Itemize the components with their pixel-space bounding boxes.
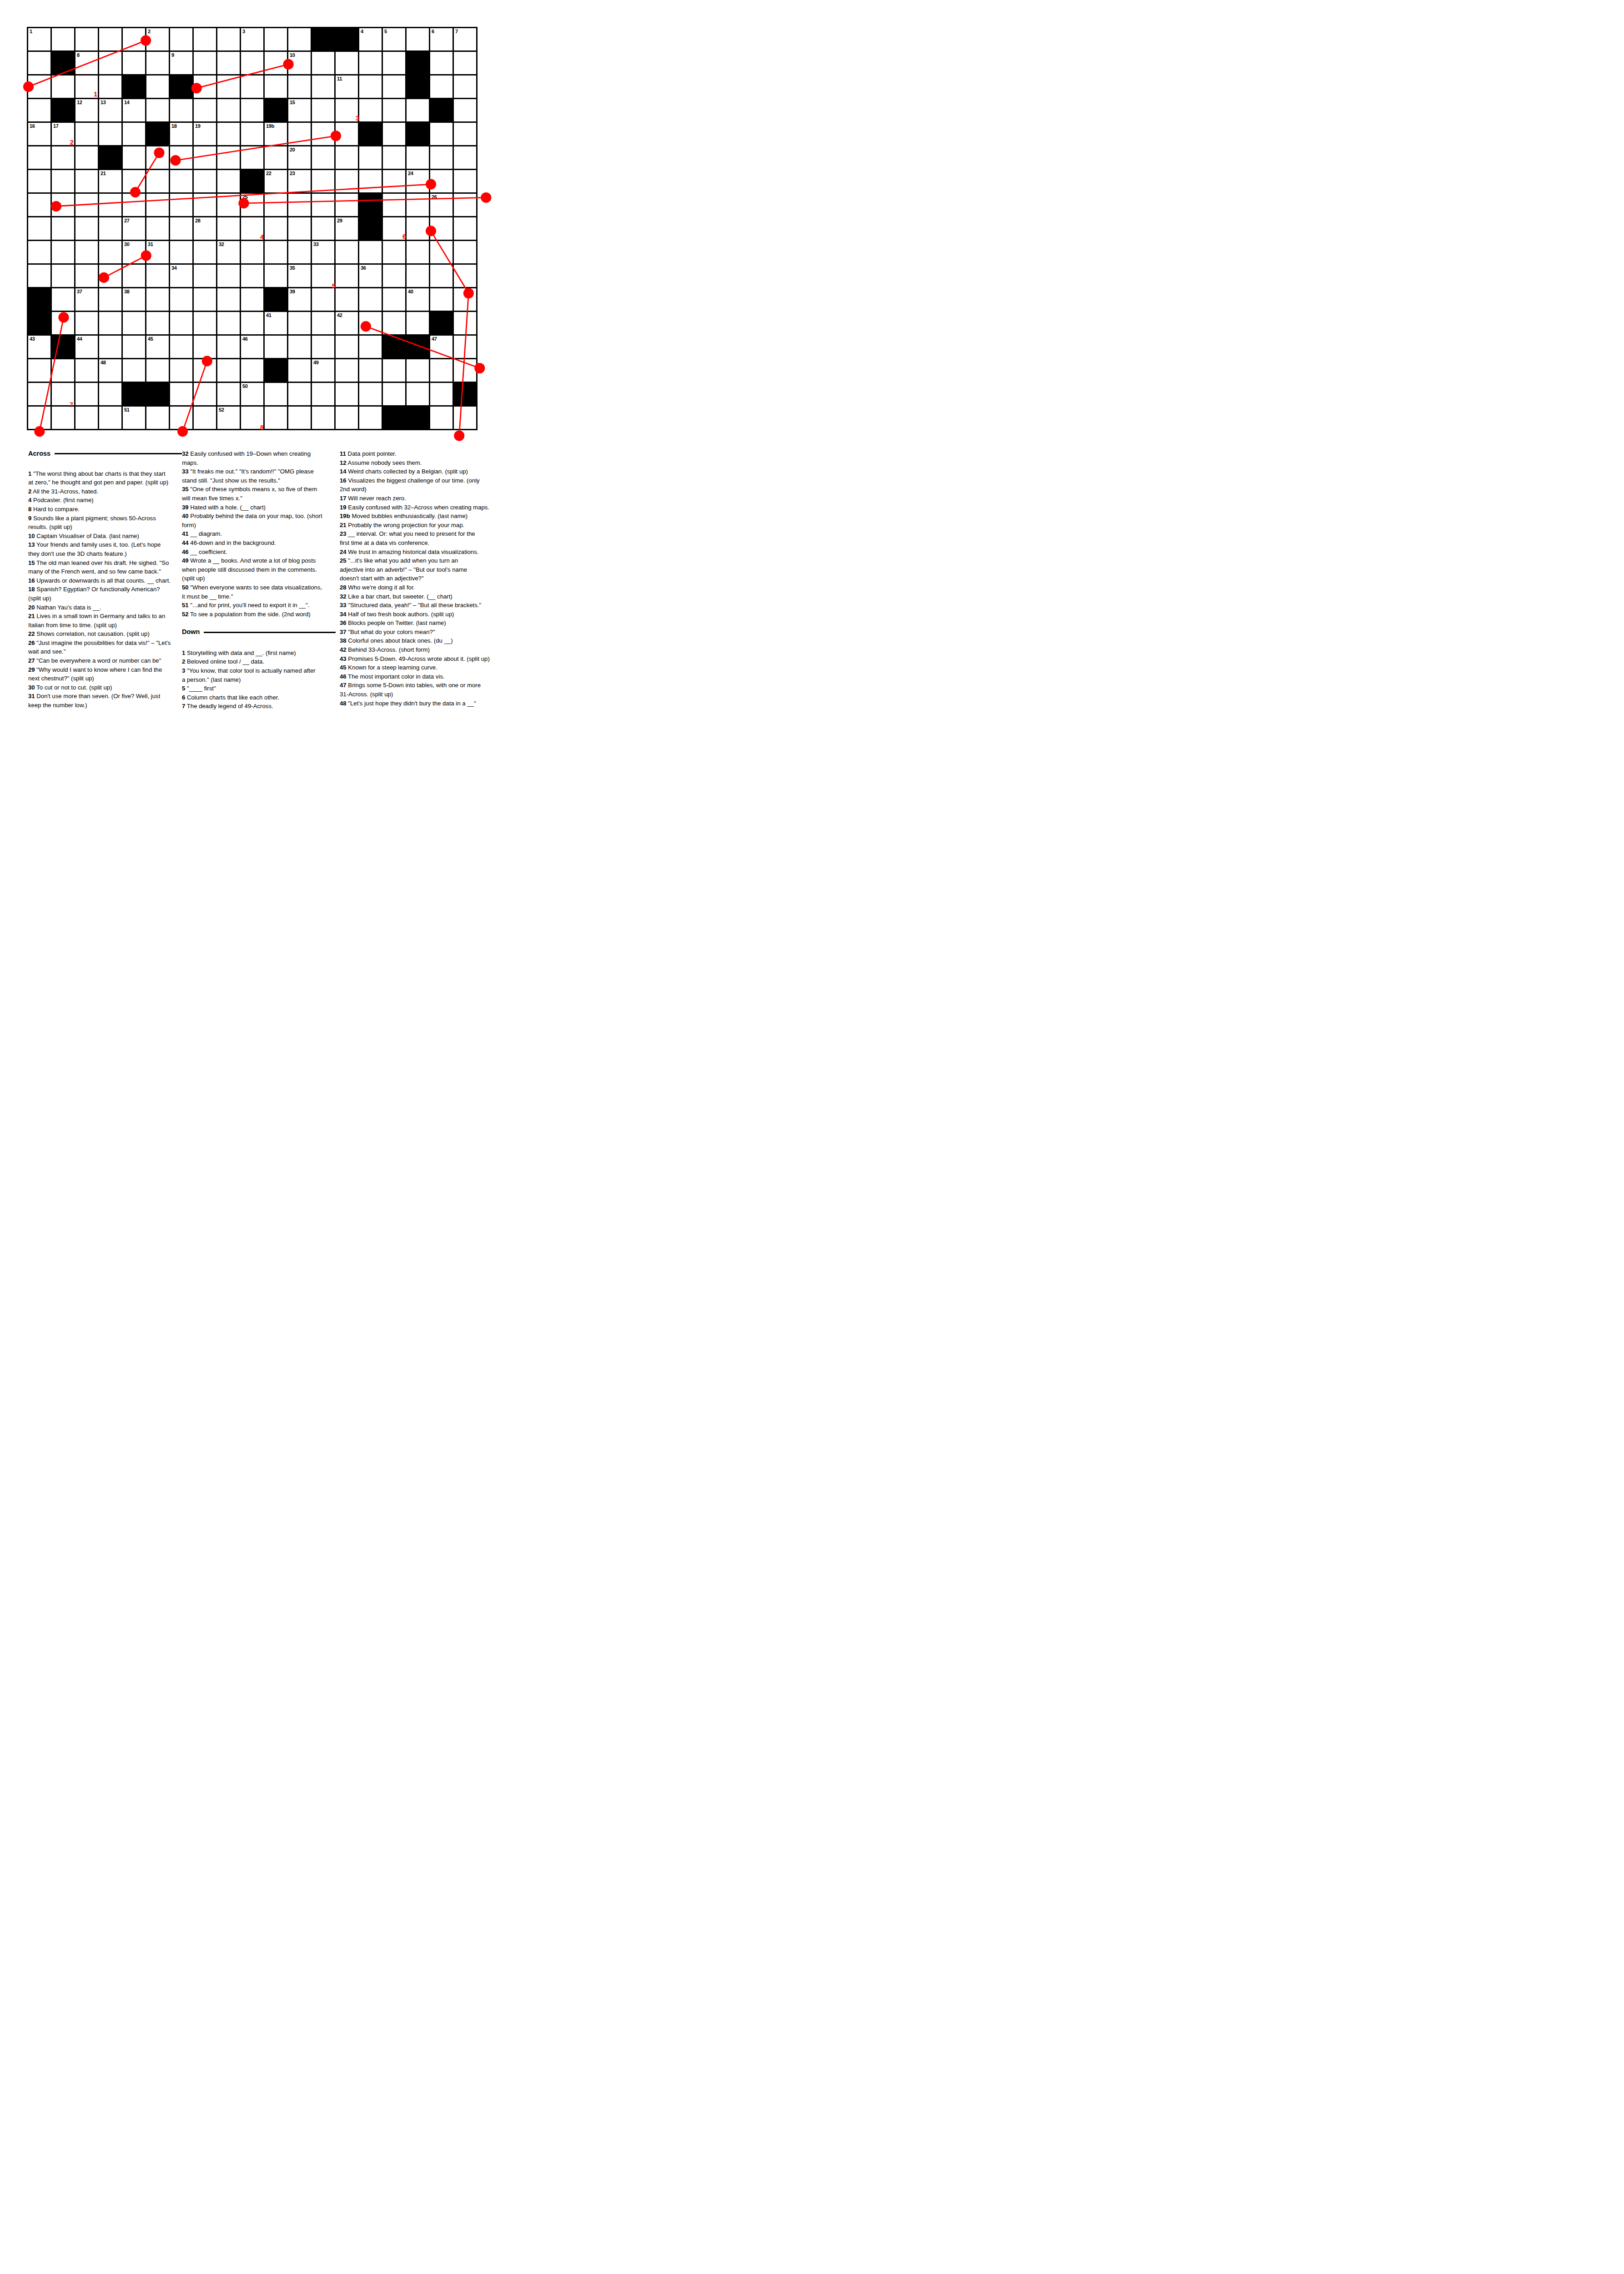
grid-cell[interactable]: 51 — [123, 407, 145, 429]
grid-cell[interactable] — [28, 194, 50, 216]
grid-cell[interactable] — [217, 359, 240, 382]
grid-cell[interactable]: 6 — [430, 28, 453, 50]
grid-cell[interactable] — [99, 407, 121, 429]
grid-cell[interactable]: 49 — [312, 359, 334, 382]
grid-cell[interactable] — [241, 265, 263, 287]
clue-item[interactable]: 25 "...it's like what you add when you t… — [340, 556, 498, 583]
clue-item[interactable]: 6 Column charts that like each other. — [182, 693, 336, 702]
grid-cell[interactable] — [430, 170, 453, 192]
clue-item[interactable]: 5 "____ first" — [182, 684, 336, 693]
clue-item[interactable]: 9 Sounds like a plant pigment; shows 50-… — [28, 514, 182, 532]
grid-cell[interactable] — [312, 336, 334, 358]
grid-cell[interactable] — [99, 217, 121, 240]
grid-cell[interactable] — [265, 383, 287, 405]
grid-cell[interactable] — [28, 265, 50, 287]
grid-cell[interactable] — [170, 312, 192, 334]
grid-cell[interactable] — [146, 52, 169, 74]
grid-cell[interactable] — [241, 241, 263, 263]
grid-cell[interactable] — [288, 75, 311, 98]
grid-cell[interactable]: 52 — [217, 407, 240, 429]
grid-cell[interactable] — [430, 265, 453, 287]
grid-cell[interactable] — [407, 146, 429, 169]
grid-cell[interactable] — [99, 336, 121, 358]
grid-cell[interactable] — [75, 123, 98, 145]
grid-cell[interactable] — [288, 28, 311, 50]
grid-cell[interactable] — [241, 407, 263, 429]
grid-cell[interactable] — [288, 383, 311, 405]
grid-cell[interactable] — [288, 194, 311, 216]
grid-cell[interactable] — [241, 312, 263, 334]
clue-item[interactable]: 2 All the 31-Across, hated. — [28, 487, 182, 496]
grid-cell[interactable]: 30 — [123, 241, 145, 263]
clue-item[interactable]: 46 __ coefficient. — [182, 548, 336, 557]
grid-cell[interactable] — [407, 241, 429, 263]
grid-cell[interactable]: 2 — [146, 28, 169, 50]
clue-item[interactable]: 8 Hard to compare. — [28, 505, 182, 514]
grid-cell[interactable] — [217, 194, 240, 216]
grid-cell[interactable] — [28, 407, 50, 429]
clue-item[interactable]: 14 Weird charts collected by a Belgian. … — [340, 467, 498, 476]
grid-cell[interactable] — [288, 336, 311, 358]
clue-item[interactable]: 39 Hated with a hole. (__ chart) — [182, 503, 336, 512]
grid-cell[interactable] — [265, 52, 287, 74]
grid-cell[interactable] — [217, 312, 240, 334]
grid-cell[interactable] — [430, 288, 453, 311]
grid-cell[interactable] — [454, 407, 476, 429]
grid-cell[interactable]: 18 — [170, 123, 192, 145]
grid-cell[interactable] — [454, 265, 476, 287]
grid-cell[interactable] — [75, 217, 98, 240]
grid-cell[interactable] — [241, 288, 263, 311]
grid-cell[interactable] — [52, 217, 74, 240]
grid-cell[interactable] — [383, 241, 405, 263]
grid-cell[interactable] — [430, 241, 453, 263]
grid-cell[interactable] — [407, 312, 429, 334]
grid-cell[interactable]: 11 — [336, 75, 358, 98]
grid-cell[interactable] — [359, 383, 382, 405]
grid-cell[interactable] — [170, 28, 192, 50]
grid-cell[interactable] — [312, 170, 334, 192]
grid-cell[interactable] — [265, 194, 287, 216]
grid-cell[interactable]: 33 — [312, 241, 334, 263]
grid-cell[interactable] — [265, 28, 287, 50]
grid-cell[interactable] — [75, 170, 98, 192]
grid-cell[interactable] — [241, 146, 263, 169]
grid-cell[interactable] — [312, 312, 334, 334]
grid-cell[interactable]: 31 — [146, 241, 169, 263]
clue-item[interactable]: 46 The most important color in data vis. — [340, 672, 498, 681]
grid-cell[interactable] — [170, 146, 192, 169]
grid-cell[interactable] — [265, 146, 287, 169]
grid-cell[interactable] — [170, 241, 192, 263]
grid-cell[interactable] — [336, 52, 358, 74]
grid-cell[interactable] — [454, 288, 476, 311]
grid-cell[interactable]: 24 — [407, 170, 429, 192]
grid-cell[interactable] — [52, 146, 74, 169]
grid-cell[interactable] — [146, 75, 169, 98]
grid-cell[interactable] — [430, 407, 453, 429]
grid-cell[interactable] — [194, 383, 216, 405]
grid-cell[interactable] — [359, 312, 382, 334]
grid-cell[interactable] — [454, 123, 476, 145]
grid-cell[interactable] — [241, 123, 263, 145]
grid-cell[interactable] — [241, 359, 263, 382]
clue-item[interactable]: 50 "When everyone wants to see data visu… — [182, 583, 336, 601]
grid-cell[interactable] — [241, 75, 263, 98]
grid-cell[interactable]: 48 — [99, 359, 121, 382]
grid-cell[interactable] — [454, 312, 476, 334]
grid-cell[interactable] — [407, 359, 429, 382]
grid-cell[interactable] — [383, 52, 405, 74]
grid-cell[interactable] — [146, 146, 169, 169]
grid-cell[interactable] — [123, 52, 145, 74]
grid-cell[interactable]: 34 — [170, 265, 192, 287]
grid-cell[interactable] — [336, 407, 358, 429]
grid-cell[interactable]: 8 — [75, 52, 98, 74]
clue-item[interactable]: 52 To see a population from the side. (2… — [182, 610, 336, 619]
grid-cell[interactable] — [312, 383, 334, 405]
grid-cell[interactable] — [359, 99, 382, 121]
grid-cell[interactable] — [288, 217, 311, 240]
grid-cell[interactable] — [146, 407, 169, 429]
grid-cell[interactable] — [194, 28, 216, 50]
grid-cell[interactable] — [170, 217, 192, 240]
grid-cell[interactable] — [430, 383, 453, 405]
grid-cell[interactable] — [359, 75, 382, 98]
grid-cell[interactable] — [75, 28, 98, 50]
grid-cell[interactable] — [383, 194, 405, 216]
grid-cell[interactable] — [194, 241, 216, 263]
clue-item[interactable]: 34 Half of two fresh book authors. (spli… — [340, 610, 498, 619]
grid-cell[interactable] — [146, 99, 169, 121]
grid-cell[interactable] — [99, 265, 121, 287]
grid-cell[interactable] — [265, 75, 287, 98]
grid-cell[interactable]: 21 — [99, 170, 121, 192]
grid-cell[interactable] — [99, 75, 121, 98]
grid-cell[interactable] — [407, 383, 429, 405]
grid-cell[interactable] — [407, 28, 429, 50]
clue-item[interactable]: 40 Probably behind the data on your map,… — [182, 512, 336, 529]
grid-cell[interactable] — [454, 75, 476, 98]
grid-cell[interactable] — [217, 170, 240, 192]
grid-cell[interactable] — [383, 265, 405, 287]
clue-item[interactable]: 24 We trust in amazing historical data v… — [340, 548, 498, 557]
grid-cell[interactable] — [359, 146, 382, 169]
grid-cell[interactable] — [312, 75, 334, 98]
grid-cell[interactable] — [383, 170, 405, 192]
grid-cell[interactable] — [52, 312, 74, 334]
grid-cell[interactable] — [194, 194, 216, 216]
grid-cell[interactable]: 26 — [430, 194, 453, 216]
clue-item[interactable]: 10 Captain Visualiser of Data. (last nam… — [28, 532, 182, 541]
grid-cell[interactable] — [52, 241, 74, 263]
grid-cell[interactable] — [336, 241, 358, 263]
grid-cell[interactable] — [52, 288, 74, 311]
grid-cell[interactable] — [146, 194, 169, 216]
grid-cell[interactable] — [28, 52, 50, 74]
grid-cell[interactable] — [123, 265, 145, 287]
grid-cell[interactable] — [28, 170, 50, 192]
grid-cell[interactable] — [383, 146, 405, 169]
grid-cell[interactable] — [99, 241, 121, 263]
clue-item[interactable]: 30 To cut or not to cut. (split up) — [28, 683, 182, 692]
grid-cell[interactable]: 40 — [407, 288, 429, 311]
clue-item[interactable]: 41 __ diagram. — [182, 529, 336, 538]
clue-item[interactable]: 33 "It freaks me out." "It's random!!" "… — [182, 467, 336, 485]
grid-cell[interactable] — [336, 123, 358, 145]
clue-item[interactable]: 36 Blocks people on Twitter. (last name) — [340, 619, 498, 628]
grid-cell[interactable] — [312, 99, 334, 121]
grid-cell[interactable] — [383, 99, 405, 121]
clue-item[interactable]: 4 Podcaster. (first name) — [28, 496, 182, 505]
grid-cell[interactable] — [75, 383, 98, 405]
clue-item[interactable]: 16 Upwards or downwards is all that coun… — [28, 576, 182, 585]
grid-cell[interactable] — [194, 359, 216, 382]
grid-cell[interactable] — [336, 146, 358, 169]
grid-cell[interactable] — [454, 359, 476, 382]
grid-cell[interactable] — [312, 123, 334, 145]
grid-cell[interactable] — [217, 52, 240, 74]
grid-cell[interactable]: 28 — [194, 217, 216, 240]
grid-cell[interactable] — [336, 194, 358, 216]
grid-cell[interactable] — [146, 265, 169, 287]
grid-cell[interactable] — [288, 123, 311, 145]
grid-cell[interactable] — [312, 288, 334, 311]
grid-cell[interactable] — [52, 28, 74, 50]
grid-cell[interactable] — [359, 359, 382, 382]
grid-cell[interactable] — [312, 265, 334, 287]
grid-cell[interactable] — [75, 75, 98, 98]
grid-cell[interactable] — [146, 359, 169, 382]
grid-cell[interactable] — [454, 241, 476, 263]
grid-cell[interactable] — [170, 383, 192, 405]
clue-item[interactable]: 44 46-down and in the background. — [182, 538, 336, 548]
clue-item[interactable]: 20 Nathan Yau's data is __. — [28, 603, 182, 612]
grid-cell[interactable] — [336, 383, 358, 405]
grid-cell[interactable] — [75, 265, 98, 287]
grid-cell[interactable] — [194, 312, 216, 334]
grid-cell[interactable] — [52, 359, 74, 382]
clue-item[interactable]: 21 Probably the wrong projection for you… — [340, 521, 498, 530]
clue-item[interactable]: 48 "Let's just hope they didn't bury the… — [340, 699, 498, 708]
grid-cell[interactable] — [383, 383, 405, 405]
grid-cell[interactable]: 25 — [241, 194, 263, 216]
clue-item[interactable]: 27 "Can be everywhere a word or number c… — [28, 656, 182, 665]
grid-cell[interactable]: 45 — [146, 336, 169, 358]
clue-item[interactable]: 11 Data point pointer. — [340, 449, 498, 458]
grid-cell[interactable] — [99, 52, 121, 74]
grid-cell[interactable]: 22 — [265, 170, 287, 192]
grid-cell[interactable] — [454, 336, 476, 358]
clue-item[interactable]: 33 "Structured data, yeah!" – "But all t… — [340, 601, 498, 610]
grid-cell[interactable] — [194, 265, 216, 287]
grid-cell[interactable] — [265, 265, 287, 287]
grid-cell[interactable]: 4 — [359, 28, 382, 50]
grid-cell[interactable] — [336, 288, 358, 311]
grid-cell[interactable]: 35 — [288, 265, 311, 287]
grid-cell[interactable] — [217, 146, 240, 169]
grid-cell[interactable] — [217, 28, 240, 50]
grid-cell[interactable] — [99, 288, 121, 311]
clue-item[interactable]: 18 Spanish? Egyptian? Or functionally Am… — [28, 585, 182, 603]
grid-cell[interactable] — [312, 217, 334, 240]
grid-cell[interactable] — [241, 52, 263, 74]
grid-cell[interactable] — [170, 288, 192, 311]
grid-cell[interactable] — [146, 288, 169, 311]
grid-cell[interactable]: 10 — [288, 52, 311, 74]
clue-item[interactable]: 22 Shows correlation, not causation. (sp… — [28, 629, 182, 639]
clue-item[interactable]: 16 Visualizes the biggest challenge of o… — [340, 476, 498, 494]
grid-cell[interactable] — [146, 217, 169, 240]
grid-cell[interactable] — [52, 194, 74, 216]
grid-cell[interactable] — [99, 194, 121, 216]
clue-item[interactable]: 35 "One of these symbols means x, so fiv… — [182, 485, 336, 503]
grid-cell[interactable] — [265, 407, 287, 429]
grid-cell[interactable] — [383, 288, 405, 311]
grid-cell[interactable] — [336, 265, 358, 287]
grid-cell[interactable] — [430, 123, 453, 145]
grid-cell[interactable]: 9 — [170, 52, 192, 74]
grid-cell[interactable] — [123, 170, 145, 192]
clue-item[interactable]: 23 __ interval. Or: what you need to pre… — [340, 529, 498, 547]
grid-cell[interactable] — [265, 336, 287, 358]
grid-cell[interactable] — [359, 336, 382, 358]
grid-cell[interactable]: 42 — [336, 312, 358, 334]
grid-cell[interactable] — [359, 170, 382, 192]
grid-cell[interactable] — [312, 146, 334, 169]
grid-cell[interactable]: 19 — [194, 123, 216, 145]
grid-cell[interactable] — [194, 170, 216, 192]
grid-cell[interactable] — [336, 170, 358, 192]
grid-cell[interactable] — [383, 312, 405, 334]
grid-cell[interactable] — [241, 99, 263, 121]
grid-cell[interactable] — [359, 288, 382, 311]
grid-cell[interactable] — [217, 123, 240, 145]
grid-cell[interactable] — [359, 407, 382, 429]
clue-item[interactable]: 31 Don't use more than seven. (Or five? … — [28, 692, 182, 709]
grid-cell[interactable] — [170, 359, 192, 382]
grid-cell[interactable] — [265, 217, 287, 240]
grid-cell[interactable]: 16 — [28, 123, 50, 145]
clue-item[interactable]: 42 Behind 33-Across. (short form) — [340, 645, 498, 654]
grid-cell[interactable] — [146, 170, 169, 192]
grid-cell[interactable] — [52, 265, 74, 287]
clue-item[interactable]: 12 Assume nobody sees them. — [340, 458, 498, 468]
grid-cell[interactable] — [123, 336, 145, 358]
grid-cell[interactable] — [194, 146, 216, 169]
grid-cell[interactable] — [217, 75, 240, 98]
grid-cell[interactable] — [28, 359, 50, 382]
clue-item[interactable]: 3 "You know, that color tool is actually… — [182, 666, 336, 684]
grid-cell[interactable] — [430, 52, 453, 74]
grid-cell[interactable] — [430, 75, 453, 98]
grid-cell[interactable] — [170, 194, 192, 216]
clue-item[interactable]: 32 Easily confused with 19–Down when cre… — [182, 449, 336, 467]
grid-cell[interactable] — [170, 407, 192, 429]
grid-cell[interactable] — [75, 194, 98, 216]
grid-cell[interactable]: 46 — [241, 336, 263, 358]
clue-item[interactable]: 21 Lives in a small town in Germany and … — [28, 612, 182, 629]
clue-item[interactable]: 13 Your friends and family uses it, too.… — [28, 540, 182, 558]
clue-item[interactable]: 7 The deadly legend of 49-Across. — [182, 702, 336, 711]
grid-cell[interactable] — [430, 217, 453, 240]
grid-cell[interactable] — [359, 241, 382, 263]
grid-cell[interactable] — [99, 28, 121, 50]
grid-cell[interactable] — [99, 312, 121, 334]
clue-item[interactable]: 19 Easily confused with 32–Across when c… — [340, 503, 498, 512]
grid-cell[interactable] — [383, 75, 405, 98]
grid-cell[interactable] — [170, 170, 192, 192]
grid-cell[interactable]: 14 — [123, 99, 145, 121]
grid-cell[interactable] — [359, 52, 382, 74]
grid-cell[interactable] — [288, 407, 311, 429]
grid-cell[interactable]: 13 — [99, 99, 121, 121]
grid-cell[interactable] — [123, 359, 145, 382]
clue-item[interactable]: 15 The old man leaned over his draft. He… — [28, 558, 182, 576]
grid-cell[interactable] — [28, 217, 50, 240]
grid-cell[interactable] — [123, 312, 145, 334]
grid-cell[interactable] — [99, 383, 121, 405]
grid-cell[interactable] — [28, 99, 50, 121]
grid-cell[interactable] — [123, 146, 145, 169]
grid-cell[interactable] — [454, 99, 476, 121]
grid-cell[interactable] — [336, 359, 358, 382]
grid-cell[interactable]: 41 — [265, 312, 287, 334]
grid-cell[interactable] — [170, 99, 192, 121]
grid-cell[interactable] — [194, 336, 216, 358]
clue-item[interactable]: 49 Wrote a __ books. And wrote a lot of … — [182, 556, 336, 583]
grid-cell[interactable] — [194, 75, 216, 98]
grid-cell[interactable] — [454, 146, 476, 169]
clue-item[interactable]: 29 "Why would I want to know where I can… — [28, 665, 182, 683]
grid-cell[interactable] — [430, 146, 453, 169]
grid-cell[interactable] — [75, 146, 98, 169]
grid-cell[interactable]: 44 — [75, 336, 98, 358]
clue-item[interactable]: 28 Who we're doing it all for. — [340, 583, 498, 592]
grid-cell[interactable] — [217, 288, 240, 311]
grid-cell[interactable] — [28, 383, 50, 405]
clue-item[interactable]: 2 Beloved online tool / __ data. — [182, 657, 336, 666]
grid-cell[interactable]: 47 — [430, 336, 453, 358]
grid-cell[interactable] — [407, 217, 429, 240]
grid-cell[interactable] — [52, 170, 74, 192]
grid-cell[interactable] — [194, 288, 216, 311]
clue-item[interactable]: 1 "The worst thing about bar charts is t… — [28, 469, 182, 487]
grid-cell[interactable] — [454, 194, 476, 216]
grid-cell[interactable] — [217, 217, 240, 240]
grid-cell[interactable]: 50 — [241, 383, 263, 405]
grid-cell[interactable]: 20 — [288, 146, 311, 169]
grid-cell[interactable] — [217, 265, 240, 287]
grid-cell[interactable] — [75, 312, 98, 334]
grid-cell[interactable] — [217, 99, 240, 121]
clue-item[interactable]: 17 Will never reach zero. — [340, 494, 498, 503]
grid-cell[interactable] — [407, 99, 429, 121]
grid-cell[interactable] — [383, 217, 405, 240]
grid-cell[interactable] — [123, 194, 145, 216]
grid-cell[interactable] — [217, 383, 240, 405]
clue-item[interactable]: 47 Brings some 5-Down into tables, with … — [340, 681, 498, 699]
grid-cell[interactable] — [312, 194, 334, 216]
grid-cell[interactable] — [407, 265, 429, 287]
grid-cell[interactable] — [146, 312, 169, 334]
grid-cell[interactable] — [336, 336, 358, 358]
clue-item[interactable]: 45 Known for a steep learning curve. — [340, 663, 498, 672]
grid-cell[interactable]: 19b — [265, 123, 287, 145]
grid-cell[interactable] — [288, 312, 311, 334]
grid-cell[interactable]: 17 — [52, 123, 74, 145]
grid-cell[interactable]: 29 — [336, 217, 358, 240]
